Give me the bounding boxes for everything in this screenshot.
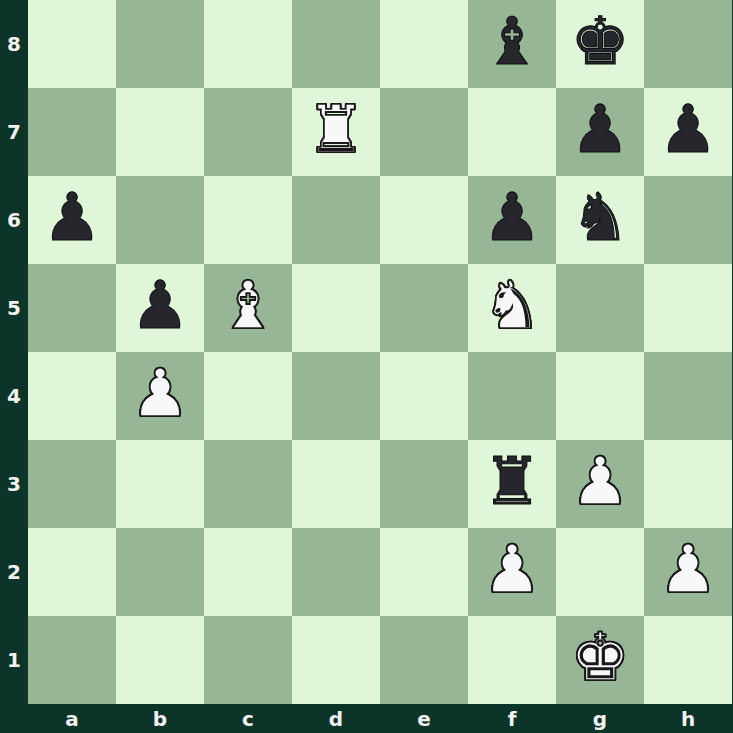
piece-black-pawn: ♟	[28, 176, 116, 264]
square-h5[interactable]	[644, 264, 732, 352]
square-b1[interactable]	[116, 616, 204, 704]
rank-label-4: 4	[0, 352, 28, 440]
file-label-a: a	[28, 704, 116, 733]
square-c2[interactable]	[204, 528, 292, 616]
square-h8[interactable]	[644, 0, 732, 88]
square-h1[interactable]	[644, 616, 732, 704]
square-b3[interactable]	[116, 440, 204, 528]
file-label-g: g	[556, 704, 644, 733]
square-e8[interactable]	[380, 0, 468, 88]
square-f7[interactable]	[468, 88, 556, 176]
piece-black-bishop: ♝	[468, 0, 556, 88]
square-c6[interactable]	[204, 176, 292, 264]
rank-label-2: 2	[0, 528, 28, 616]
square-a2[interactable]	[28, 528, 116, 616]
piece-white-pawn: ♟	[556, 440, 644, 528]
square-b2[interactable]	[116, 528, 204, 616]
piece-black-pawn: ♟	[116, 264, 204, 352]
file-label-c: c	[204, 704, 292, 733]
piece-black-king: ♚	[556, 0, 644, 88]
square-h2[interactable]: ♟	[644, 528, 732, 616]
square-b8[interactable]	[116, 0, 204, 88]
square-h6[interactable]	[644, 176, 732, 264]
square-b6[interactable]	[116, 176, 204, 264]
square-e1[interactable]	[380, 616, 468, 704]
square-g7[interactable]: ♟	[556, 88, 644, 176]
piece-black-rook: ♜	[468, 440, 556, 528]
square-a4[interactable]	[28, 352, 116, 440]
square-g8[interactable]: ♚	[556, 0, 644, 88]
rank-label-6: 6	[0, 176, 28, 264]
rank-labels: 87654321	[0, 0, 28, 704]
square-a6[interactable]: ♟	[28, 176, 116, 264]
square-f1[interactable]	[468, 616, 556, 704]
square-e2[interactable]	[380, 528, 468, 616]
square-a1[interactable]	[28, 616, 116, 704]
piece-white-pawn: ♟	[644, 528, 732, 616]
file-labels: abcdefgh	[28, 704, 732, 733]
file-label-b: b	[116, 704, 204, 733]
square-h4[interactable]	[644, 352, 732, 440]
square-g2[interactable]	[556, 528, 644, 616]
piece-white-rook: ♜	[292, 88, 380, 176]
rank-label-7: 7	[0, 88, 28, 176]
square-b5[interactable]: ♟	[116, 264, 204, 352]
square-g6[interactable]: ♞	[556, 176, 644, 264]
square-c1[interactable]	[204, 616, 292, 704]
square-f8[interactable]: ♝	[468, 0, 556, 88]
piece-black-knight: ♞	[556, 176, 644, 264]
square-e7[interactable]	[380, 88, 468, 176]
square-a7[interactable]	[28, 88, 116, 176]
square-a3[interactable]	[28, 440, 116, 528]
file-label-h: h	[644, 704, 732, 733]
piece-white-bishop: ♝	[204, 264, 292, 352]
square-c5[interactable]: ♝	[204, 264, 292, 352]
piece-black-pawn: ♟	[468, 176, 556, 264]
piece-black-pawn: ♟	[556, 88, 644, 176]
piece-white-pawn: ♟	[468, 528, 556, 616]
square-c8[interactable]	[204, 0, 292, 88]
piece-white-king: ♚	[556, 616, 644, 704]
square-d7[interactable]: ♜	[292, 88, 380, 176]
square-b4[interactable]: ♟	[116, 352, 204, 440]
square-g3[interactable]: ♟	[556, 440, 644, 528]
square-d6[interactable]	[292, 176, 380, 264]
square-h7[interactable]: ♟	[644, 88, 732, 176]
file-label-f: f	[468, 704, 556, 733]
square-e4[interactable]	[380, 352, 468, 440]
rank-label-8: 8	[0, 0, 28, 88]
rank-label-5: 5	[0, 264, 28, 352]
square-g1[interactable]: ♚	[556, 616, 644, 704]
rank-label-1: 1	[0, 616, 28, 704]
rank-label-3: 3	[0, 440, 28, 528]
piece-white-pawn: ♟	[116, 352, 204, 440]
square-g5[interactable]	[556, 264, 644, 352]
square-e3[interactable]	[380, 440, 468, 528]
square-c3[interactable]	[204, 440, 292, 528]
square-f4[interactable]	[468, 352, 556, 440]
square-h3[interactable]	[644, 440, 732, 528]
square-g4[interactable]	[556, 352, 644, 440]
piece-white-knight: ♞	[468, 264, 556, 352]
square-a5[interactable]	[28, 264, 116, 352]
square-d1[interactable]	[292, 616, 380, 704]
square-d4[interactable]	[292, 352, 380, 440]
square-e6[interactable]	[380, 176, 468, 264]
chessboard: ♝♚♜♟♟♟♟♞♟♝♞♟♜♟♟♟♚	[28, 0, 732, 704]
chess-diagram: 87654321 ♝♚♜♟♟♟♟♞♟♝♞♟♜♟♟♟♚ abcdefgh	[0, 0, 733, 733]
square-d8[interactable]	[292, 0, 380, 88]
square-a8[interactable]	[28, 0, 116, 88]
square-c7[interactable]	[204, 88, 292, 176]
square-f3[interactable]: ♜	[468, 440, 556, 528]
square-d5[interactable]	[292, 264, 380, 352]
piece-black-pawn: ♟	[644, 88, 732, 176]
square-f2[interactable]: ♟	[468, 528, 556, 616]
square-e5[interactable]	[380, 264, 468, 352]
square-f6[interactable]: ♟	[468, 176, 556, 264]
square-b7[interactable]	[116, 88, 204, 176]
square-d3[interactable]	[292, 440, 380, 528]
file-label-d: d	[292, 704, 380, 733]
file-label-e: e	[380, 704, 468, 733]
square-c4[interactable]	[204, 352, 292, 440]
square-f5[interactable]: ♞	[468, 264, 556, 352]
square-d2[interactable]	[292, 528, 380, 616]
